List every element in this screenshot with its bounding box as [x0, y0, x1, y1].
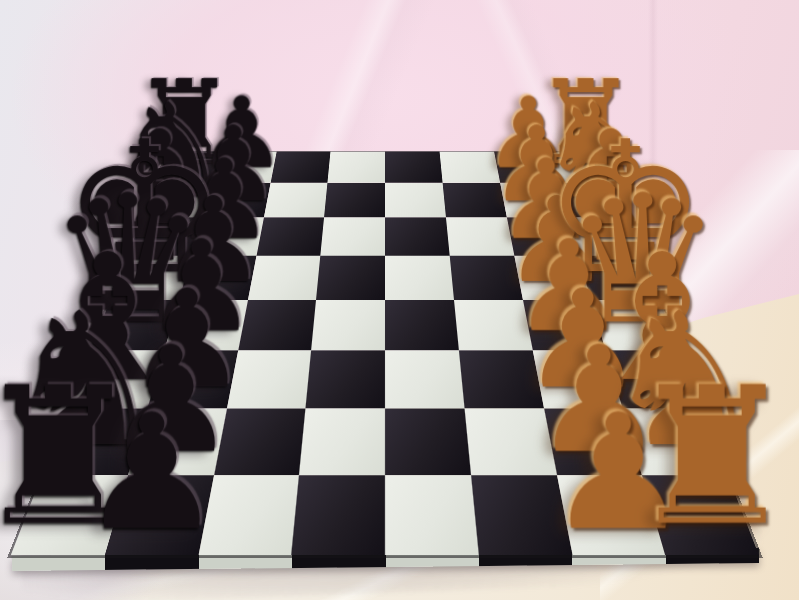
square-d5[interactable] — [311, 300, 385, 350]
piece-white-rook-a1[interactable]: ♜ — [626, 363, 796, 553]
square-c4[interactable] — [385, 350, 464, 408]
square-d4[interactable] — [385, 300, 459, 350]
square-a1[interactable]: ♜ — [642, 475, 759, 555]
square-c5[interactable] — [306, 350, 385, 408]
square-e4[interactable] — [385, 256, 454, 300]
square-e5[interactable] — [316, 256, 385, 300]
square-h4[interactable] — [385, 152, 442, 183]
square-a5[interactable] — [292, 475, 385, 555]
chess-board: ♜♟♟♜♞♟♟♞♝♟♟♝♚♟♟♚♛♟♟♛♝♟♟♝♞♟♟♞♜♟♟♜ — [11, 152, 759, 555]
square-b4[interactable] — [385, 408, 471, 475]
square-g5[interactable] — [324, 183, 385, 218]
square-a7[interactable]: ♟ — [105, 475, 214, 555]
chess-photo-scene: ♜♟♟♜♞♟♟♞♝♟♟♝♚♟♟♚♛♟♟♛♝♟♟♝♞♟♟♞♜♟♟♜ — [0, 0, 799, 600]
board-grid: ♜♟♟♜♞♟♟♞♝♟♟♝♚♟♟♚♛♟♟♛♝♟♟♝♞♟♟♞♜♟♟♜ — [11, 152, 759, 555]
square-b5[interactable] — [299, 408, 385, 475]
square-f4[interactable] — [385, 217, 449, 256]
piece-black-pawn-a7[interactable]: ♟ — [80, 392, 223, 552]
square-g4[interactable] — [385, 183, 446, 218]
square-f5[interactable] — [321, 217, 385, 256]
square-a4[interactable] — [385, 475, 478, 555]
square-h5[interactable] — [328, 152, 385, 183]
